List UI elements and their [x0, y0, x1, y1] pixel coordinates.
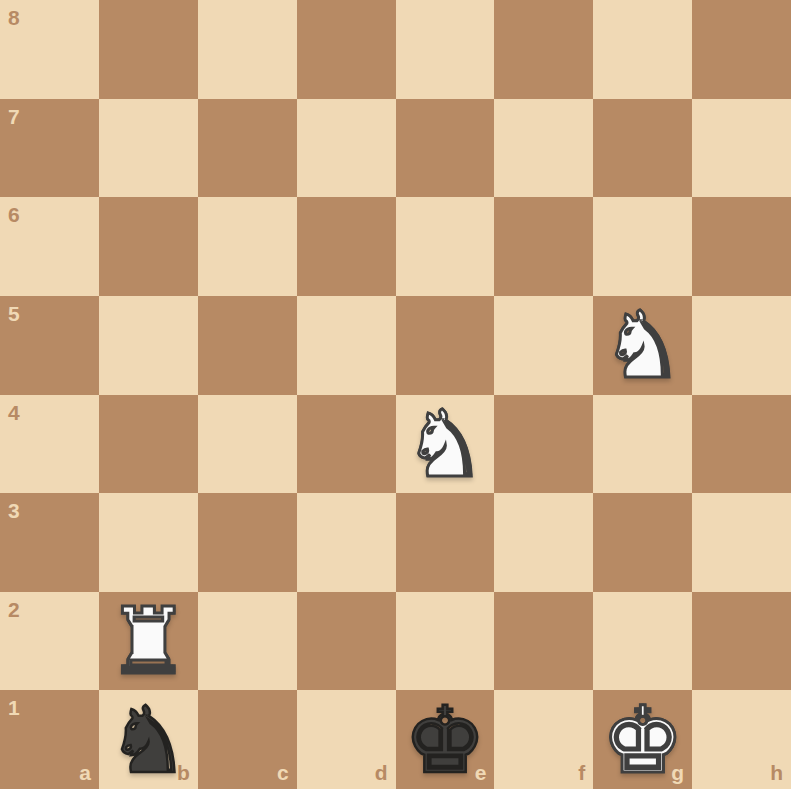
file-label-a: a [79, 762, 91, 783]
square-c3[interactable] [198, 493, 297, 592]
white-king-g1[interactable]: ♚ [601, 695, 683, 787]
square-c6[interactable] [198, 197, 297, 296]
square-f5[interactable] [494, 296, 593, 395]
square-h4[interactable] [692, 395, 791, 494]
rank-label-1: 1 [8, 697, 20, 718]
black-king-e1[interactable]: ♚ [404, 695, 486, 787]
square-e5[interactable] [396, 296, 495, 395]
square-h8[interactable] [692, 0, 791, 99]
square-f3[interactable] [494, 493, 593, 592]
square-g6[interactable] [593, 197, 692, 296]
square-g8[interactable] [593, 0, 692, 99]
square-a4[interactable]: 4 [0, 395, 99, 494]
square-d2[interactable] [297, 592, 396, 691]
square-a8[interactable]: 8 [0, 0, 99, 99]
square-f1[interactable]: f [494, 690, 593, 789]
square-b8[interactable] [99, 0, 198, 99]
file-label-d: d [375, 762, 388, 783]
chess-board: 8765♞4♞32♜1ab♞cde♚fg♚h [0, 0, 791, 789]
square-b3[interactable] [99, 493, 198, 592]
square-d5[interactable] [297, 296, 396, 395]
square-d7[interactable] [297, 99, 396, 198]
square-e8[interactable] [396, 0, 495, 99]
square-d6[interactable] [297, 197, 396, 296]
square-b6[interactable] [99, 197, 198, 296]
square-a1[interactable]: 1a [0, 690, 99, 789]
square-c7[interactable] [198, 99, 297, 198]
square-h5[interactable] [692, 296, 791, 395]
rank-label-6: 6 [8, 204, 20, 225]
square-g3[interactable] [593, 493, 692, 592]
square-c4[interactable] [198, 395, 297, 494]
white-rook-b2[interactable]: ♜ [107, 596, 189, 688]
square-c8[interactable] [198, 0, 297, 99]
square-c5[interactable] [198, 296, 297, 395]
square-d1[interactable]: d [297, 690, 396, 789]
square-h3[interactable] [692, 493, 791, 592]
black-knight-b1[interactable]: ♞ [107, 695, 189, 787]
square-d4[interactable] [297, 395, 396, 494]
square-f7[interactable] [494, 99, 593, 198]
square-g7[interactable] [593, 99, 692, 198]
square-f8[interactable] [494, 0, 593, 99]
square-e7[interactable] [396, 99, 495, 198]
rank-label-3: 3 [8, 500, 20, 521]
white-knight-e4[interactable]: ♞ [404, 399, 486, 491]
rank-label-7: 7 [8, 106, 20, 127]
rank-label-5: 5 [8, 303, 20, 324]
file-label-f: f [578, 762, 585, 783]
square-h6[interactable] [692, 197, 791, 296]
rank-label-8: 8 [8, 7, 20, 28]
square-g1[interactable]: g♚ [593, 690, 692, 789]
square-h2[interactable] [692, 592, 791, 691]
square-e4[interactable]: ♞ [396, 395, 495, 494]
square-c1[interactable]: c [198, 690, 297, 789]
file-label-h: h [770, 762, 783, 783]
square-f6[interactable] [494, 197, 593, 296]
square-d3[interactable] [297, 493, 396, 592]
square-e3[interactable] [396, 493, 495, 592]
square-c2[interactable] [198, 592, 297, 691]
square-a2[interactable]: 2 [0, 592, 99, 691]
square-a6[interactable]: 6 [0, 197, 99, 296]
square-g4[interactable] [593, 395, 692, 494]
square-e2[interactable] [396, 592, 495, 691]
square-b7[interactable] [99, 99, 198, 198]
white-knight-g5[interactable]: ♞ [601, 300, 683, 392]
square-g2[interactable] [593, 592, 692, 691]
square-b2[interactable]: ♜ [99, 592, 198, 691]
square-a3[interactable]: 3 [0, 493, 99, 592]
square-b5[interactable] [99, 296, 198, 395]
rank-label-2: 2 [8, 599, 20, 620]
square-a7[interactable]: 7 [0, 99, 99, 198]
square-b1[interactable]: b♞ [99, 690, 198, 789]
square-f2[interactable] [494, 592, 593, 691]
square-g5[interactable]: ♞ [593, 296, 692, 395]
square-h1[interactable]: h [692, 690, 791, 789]
file-label-c: c [277, 762, 289, 783]
square-e6[interactable] [396, 197, 495, 296]
square-f4[interactable] [494, 395, 593, 494]
square-h7[interactable] [692, 99, 791, 198]
square-e1[interactable]: e♚ [396, 690, 495, 789]
square-d8[interactable] [297, 0, 396, 99]
square-a5[interactable]: 5 [0, 296, 99, 395]
rank-label-4: 4 [8, 402, 20, 423]
square-b4[interactable] [99, 395, 198, 494]
